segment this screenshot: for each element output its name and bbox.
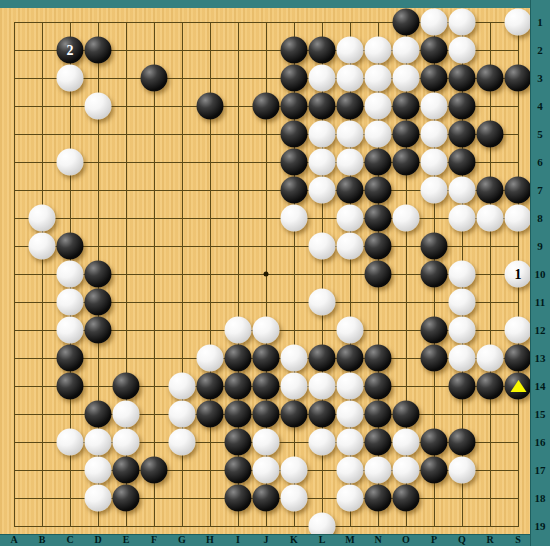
stone-white-q11[interactable] [449,289,476,316]
stone-black-f17[interactable] [141,457,168,484]
row-label-5: 5 [530,129,550,140]
stone-black-e18[interactable] [113,485,140,512]
stone-black-k2[interactable] [281,37,308,64]
stone-black-k5[interactable] [281,121,308,148]
stone-white-q8[interactable] [449,205,476,232]
stone-black-s13[interactable] [505,345,532,372]
stone-black-m7[interactable] [337,177,364,204]
stone-white-m17[interactable] [337,457,364,484]
triangle-marker-icon [510,380,526,392]
stone-black-n10[interactable] [365,261,392,288]
stone-white-l5[interactable] [309,121,336,148]
stone-white-q12[interactable] [449,317,476,344]
row-label-13: 13 [530,353,550,364]
stone-white-q1[interactable] [449,9,476,36]
stone-black-q4[interactable] [449,93,476,120]
stone-black-p17[interactable] [421,457,448,484]
stone-white-l9[interactable] [309,233,336,260]
stone-white-k17[interactable] [281,457,308,484]
stone-white-m3[interactable] [337,65,364,92]
stone-black-i13[interactable] [225,345,252,372]
stone-black-h14[interactable] [197,373,224,400]
stone-white-r8[interactable] [477,205,504,232]
stone-black-j4[interactable] [253,93,280,120]
stone-white-c11[interactable] [57,289,84,316]
stone-white-s8[interactable] [505,205,532,232]
row-label-10: 10 [530,269,550,280]
stone-white-c10[interactable] [57,261,84,288]
stone-black-d10[interactable] [85,261,112,288]
column-label-f: F [144,534,164,546]
stone-black-o6[interactable] [393,149,420,176]
stone-black-o5[interactable] [393,121,420,148]
stone-white-s10[interactable]: 1 [505,261,532,288]
stone-black-p12[interactable] [421,317,448,344]
stone-white-d18[interactable] [85,485,112,512]
star-point [264,272,269,277]
stone-black-c13[interactable] [57,345,84,372]
stone-black-n16[interactable] [365,429,392,456]
column-label-a: A [4,534,24,546]
go-board[interactable]: 21 [0,8,530,535]
column-label-j: J [256,534,276,546]
stone-black-l13[interactable] [309,345,336,372]
stone-black-q3[interactable] [449,65,476,92]
stone-white-q7[interactable] [449,177,476,204]
stone-white-o2[interactable] [393,37,420,64]
stone-black-i16[interactable] [225,429,252,456]
stone-black-s14[interactable] [505,373,532,400]
column-label-l: L [312,534,332,546]
column-label-c: C [60,534,80,546]
stone-black-d15[interactable] [85,401,112,428]
stone-black-n8[interactable] [365,205,392,232]
stone-white-p4[interactable] [421,93,448,120]
stone-white-p5[interactable] [421,121,448,148]
stone-black-n13[interactable] [365,345,392,372]
column-label-k: K [284,534,304,546]
column-label-d: D [88,534,108,546]
stone-black-n6[interactable] [365,149,392,176]
stone-black-m13[interactable] [337,345,364,372]
stone-black-d11[interactable] [85,289,112,316]
stone-white-p1[interactable] [421,9,448,36]
stone-white-e15[interactable] [113,401,140,428]
move-number-label: 1 [505,261,532,288]
stone-white-n3[interactable] [365,65,392,92]
stone-white-c12[interactable] [57,317,84,344]
stone-black-r5[interactable] [477,121,504,148]
stone-white-n2[interactable] [365,37,392,64]
row-label-16: 16 [530,437,550,448]
stone-black-q6[interactable] [449,149,476,176]
stone-white-k8[interactable] [281,205,308,232]
stone-black-n7[interactable] [365,177,392,204]
row-label-11: 11 [530,297,550,308]
stone-white-c6[interactable] [57,149,84,176]
stone-black-r3[interactable] [477,65,504,92]
stone-white-n17[interactable] [365,457,392,484]
stone-white-m9[interactable] [337,233,364,260]
stone-white-k18[interactable] [281,485,308,512]
stone-black-p9[interactable] [421,233,448,260]
stone-white-m14[interactable] [337,373,364,400]
stone-black-j15[interactable] [253,401,280,428]
stone-white-p6[interactable] [421,149,448,176]
stone-white-n5[interactable] [365,121,392,148]
stone-white-c3[interactable] [57,65,84,92]
stone-white-b9[interactable] [29,233,56,260]
column-label-e: E [116,534,136,546]
stone-black-s3[interactable] [505,65,532,92]
stone-black-p16[interactable] [421,429,448,456]
stone-white-l16[interactable] [309,429,336,456]
stone-white-q2[interactable] [449,37,476,64]
stone-black-r7[interactable] [477,177,504,204]
stone-white-d16[interactable] [85,429,112,456]
stone-white-m15[interactable] [337,401,364,428]
stone-black-p10[interactable] [421,261,448,288]
row-label-6: 6 [530,157,550,168]
stone-white-g14[interactable] [169,373,196,400]
stone-black-i18[interactable] [225,485,252,512]
row-label-9: 9 [530,241,550,252]
stone-black-j14[interactable] [253,373,280,400]
column-label-h: H [200,534,220,546]
row-label-7: 7 [530,185,550,196]
row-label-14: 14 [530,381,550,392]
row-label-8: 8 [530,213,550,224]
stone-white-m16[interactable] [337,429,364,456]
column-label-r: R [480,534,500,546]
stone-white-k13[interactable] [281,345,308,372]
stone-black-k3[interactable] [281,65,308,92]
stone-white-e16[interactable] [113,429,140,456]
stone-white-p7[interactable] [421,177,448,204]
stone-black-i15[interactable] [225,401,252,428]
stone-white-q10[interactable] [449,261,476,288]
column-label-b: B [32,534,52,546]
stone-black-o18[interactable] [393,485,420,512]
stone-white-l11[interactable] [309,289,336,316]
stone-black-d12[interactable] [85,317,112,344]
row-label-19: 19 [530,521,550,532]
stone-white-b8[interactable] [29,205,56,232]
stone-black-e17[interactable] [113,457,140,484]
stone-black-p2[interactable] [421,37,448,64]
stone-white-q13[interactable] [449,345,476,372]
stone-white-i12[interactable] [225,317,252,344]
stone-white-m18[interactable] [337,485,364,512]
stone-black-q5[interactable] [449,121,476,148]
stone-black-l15[interactable] [309,401,336,428]
stone-black-d2[interactable] [85,37,112,64]
stone-white-m12[interactable] [337,317,364,344]
stone-black-s7[interactable] [505,177,532,204]
stone-black-n14[interactable] [365,373,392,400]
go-board-app: 21 12345678910111213141516171819ABCDEFGH… [0,0,550,546]
stone-black-c9[interactable] [57,233,84,260]
row-label-1: 1 [530,17,550,28]
row-label-15: 15 [530,409,550,420]
row-label-17: 17 [530,465,550,476]
stone-white-l7[interactable] [309,177,336,204]
row-label-2: 2 [530,45,550,56]
stone-black-e14[interactable] [113,373,140,400]
stone-white-h13[interactable] [197,345,224,372]
row-label-4: 4 [530,101,550,112]
column-label-m: M [340,534,360,546]
stone-white-j12[interactable] [253,317,280,344]
stone-white-m2[interactable] [337,37,364,64]
stone-black-h4[interactable] [197,93,224,120]
stone-black-h15[interactable] [197,401,224,428]
stone-black-k15[interactable] [281,401,308,428]
stone-white-m8[interactable] [337,205,364,232]
stone-black-q14[interactable] [449,373,476,400]
stone-black-p13[interactable] [421,345,448,372]
stone-white-m6[interactable] [337,149,364,176]
row-label-3: 3 [530,73,550,84]
row-label-18: 18 [530,493,550,504]
stone-white-o8[interactable] [393,205,420,232]
stone-black-q16[interactable] [449,429,476,456]
stone-white-m5[interactable] [337,121,364,148]
stone-black-k6[interactable] [281,149,308,176]
stone-black-o1[interactable] [393,9,420,36]
stone-black-l4[interactable] [309,93,336,120]
column-label-n: N [368,534,388,546]
stone-white-g15[interactable] [169,401,196,428]
column-label-o: O [396,534,416,546]
stone-white-j17[interactable] [253,457,280,484]
stone-black-c2[interactable]: 2 [57,37,84,64]
stone-white-r13[interactable] [477,345,504,372]
stone-black-o4[interactable] [393,93,420,120]
stone-black-j18[interactable] [253,485,280,512]
stone-black-m4[interactable] [337,93,364,120]
stone-black-p3[interactable] [421,65,448,92]
stone-white-k14[interactable] [281,373,308,400]
stone-white-d17[interactable] [85,457,112,484]
stone-white-o17[interactable] [393,457,420,484]
stone-white-l6[interactable] [309,149,336,176]
stone-black-n18[interactable] [365,485,392,512]
row-label-12: 12 [530,325,550,336]
stone-white-q17[interactable] [449,457,476,484]
stone-white-l3[interactable] [309,65,336,92]
stone-black-f3[interactable] [141,65,168,92]
stone-white-l14[interactable] [309,373,336,400]
stone-black-k7[interactable] [281,177,308,204]
stone-white-j16[interactable] [253,429,280,456]
stone-white-s12[interactable] [505,317,532,344]
column-label-g: G [172,534,192,546]
stone-black-k4[interactable] [281,93,308,120]
stone-black-o15[interactable] [393,401,420,428]
stone-black-i17[interactable] [225,457,252,484]
stone-white-d4[interactable] [85,93,112,120]
stone-black-i14[interactable] [225,373,252,400]
move-number-label: 2 [57,37,84,64]
stone-white-n4[interactable] [365,93,392,120]
column-label-p: P [424,534,444,546]
stone-white-g16[interactable] [169,429,196,456]
stone-black-n15[interactable] [365,401,392,428]
stone-black-c14[interactable] [57,373,84,400]
stone-white-o16[interactable] [393,429,420,456]
column-label-q: Q [452,534,472,546]
stone-black-l2[interactable] [309,37,336,64]
stone-black-n9[interactable] [365,233,392,260]
column-label-s: S [508,534,528,546]
stone-white-o3[interactable] [393,65,420,92]
stone-black-j13[interactable] [253,345,280,372]
column-label-i: I [228,534,248,546]
stone-white-s1[interactable] [505,9,532,36]
stone-black-r14[interactable] [477,373,504,400]
stone-white-c16[interactable] [57,429,84,456]
